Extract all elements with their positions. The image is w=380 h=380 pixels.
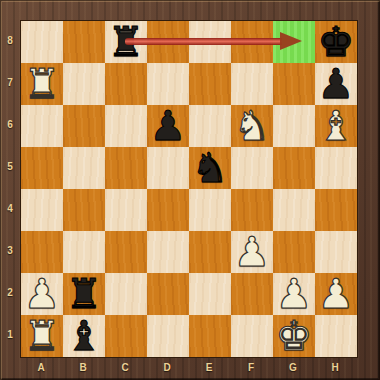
square-d2[interactable] xyxy=(147,273,189,315)
white-pawn-g2[interactable]: ♟ xyxy=(273,273,315,315)
square-a1[interactable]: ♜ xyxy=(21,315,63,357)
black-bishop-b1[interactable]: ♝ xyxy=(63,315,105,357)
white-rook-a7[interactable]: ♜ xyxy=(21,63,63,105)
square-f6[interactable]: ♞ xyxy=(231,105,273,147)
square-f5[interactable] xyxy=(231,147,273,189)
white-bishop-h6[interactable]: ♝ xyxy=(315,105,357,147)
square-e2[interactable] xyxy=(189,273,231,315)
square-c1[interactable] xyxy=(105,315,147,357)
square-h1[interactable] xyxy=(315,315,357,357)
square-b8[interactable] xyxy=(63,21,105,63)
white-pawn-h2[interactable]: ♟ xyxy=(315,273,357,315)
square-e5[interactable]: ♞ xyxy=(189,147,231,189)
square-d5[interactable] xyxy=(147,147,189,189)
square-a4[interactable] xyxy=(21,189,63,231)
square-c2[interactable] xyxy=(105,273,147,315)
square-f7[interactable] xyxy=(231,63,273,105)
square-g4[interactable] xyxy=(273,189,315,231)
rank-label-3: 3 xyxy=(0,230,20,272)
square-c5[interactable] xyxy=(105,147,147,189)
file-label-c: C xyxy=(104,357,146,379)
file-label-b: B xyxy=(62,357,104,379)
black-pawn-h7[interactable]: ♟ xyxy=(315,63,357,105)
white-rook-a1[interactable]: ♜ xyxy=(21,315,63,357)
square-h2[interactable]: ♟ xyxy=(315,273,357,315)
square-e1[interactable] xyxy=(189,315,231,357)
black-rook-b2[interactable]: ♜ xyxy=(63,273,105,315)
rank-label-6: 6 xyxy=(0,104,20,146)
square-a8[interactable] xyxy=(21,21,63,63)
black-pawn-d6[interactable]: ♟ xyxy=(147,105,189,147)
square-g2[interactable]: ♟ xyxy=(273,273,315,315)
square-g5[interactable] xyxy=(273,147,315,189)
square-c6[interactable] xyxy=(105,105,147,147)
square-c3[interactable] xyxy=(105,231,147,273)
square-a7[interactable]: ♜ xyxy=(21,63,63,105)
chess-board-frame: ♜♚♜♟♟♞♝♞♟♟♜♟♟♜♝♚ 87654321ABCDEFGH xyxy=(0,0,380,380)
square-h6[interactable]: ♝ xyxy=(315,105,357,147)
square-f4[interactable] xyxy=(231,189,273,231)
move-arrow-line xyxy=(125,38,282,45)
square-c4[interactable] xyxy=(105,189,147,231)
square-g1[interactable]: ♚ xyxy=(273,315,315,357)
square-e3[interactable] xyxy=(189,231,231,273)
file-label-f: F xyxy=(230,357,272,379)
rank-label-8: 8 xyxy=(0,20,20,62)
square-a3[interactable] xyxy=(21,231,63,273)
square-b6[interactable] xyxy=(63,105,105,147)
square-b4[interactable] xyxy=(63,189,105,231)
rank-label-5: 5 xyxy=(0,146,20,188)
black-knight-e5[interactable]: ♞ xyxy=(189,147,231,189)
square-e6[interactable] xyxy=(189,105,231,147)
square-h7[interactable]: ♟ xyxy=(315,63,357,105)
square-d3[interactable] xyxy=(147,231,189,273)
square-g6[interactable] xyxy=(273,105,315,147)
square-a2[interactable]: ♟ xyxy=(21,273,63,315)
square-g3[interactable] xyxy=(273,231,315,273)
square-d7[interactable] xyxy=(147,63,189,105)
square-b3[interactable] xyxy=(63,231,105,273)
square-h5[interactable] xyxy=(315,147,357,189)
square-c7[interactable] xyxy=(105,63,147,105)
square-f1[interactable] xyxy=(231,315,273,357)
square-h8[interactable]: ♚ xyxy=(315,21,357,63)
square-d4[interactable] xyxy=(147,189,189,231)
white-knight-f6[interactable]: ♞ xyxy=(231,105,273,147)
square-f3[interactable]: ♟ xyxy=(231,231,273,273)
square-e7[interactable] xyxy=(189,63,231,105)
square-a5[interactable] xyxy=(21,147,63,189)
square-h3[interactable] xyxy=(315,231,357,273)
square-d6[interactable]: ♟ xyxy=(147,105,189,147)
rank-label-1: 1 xyxy=(0,314,20,356)
square-f2[interactable] xyxy=(231,273,273,315)
square-b5[interactable] xyxy=(63,147,105,189)
black-king-h8[interactable]: ♚ xyxy=(315,21,357,63)
white-pawn-f3[interactable]: ♟ xyxy=(231,231,273,273)
square-h4[interactable] xyxy=(315,189,357,231)
rank-label-4: 4 xyxy=(0,188,20,230)
file-label-g: G xyxy=(272,357,314,379)
file-label-d: D xyxy=(146,357,188,379)
white-king-g1[interactable]: ♚ xyxy=(273,315,315,357)
square-d1[interactable] xyxy=(147,315,189,357)
square-g7[interactable] xyxy=(273,63,315,105)
square-a6[interactable] xyxy=(21,105,63,147)
white-pawn-a2[interactable]: ♟ xyxy=(21,273,63,315)
file-label-h: H xyxy=(314,357,356,379)
chess-board: ♜♚♜♟♟♞♝♞♟♟♜♟♟♜♝♚ xyxy=(20,20,358,358)
square-e4[interactable] xyxy=(189,189,231,231)
file-label-e: E xyxy=(188,357,230,379)
square-b1[interactable]: ♝ xyxy=(63,315,105,357)
move-arrow-head xyxy=(280,32,302,50)
rank-label-7: 7 xyxy=(0,62,20,104)
square-b7[interactable] xyxy=(63,63,105,105)
rank-label-2: 2 xyxy=(0,272,20,314)
file-label-a: A xyxy=(20,357,62,379)
square-b2[interactable]: ♜ xyxy=(63,273,105,315)
